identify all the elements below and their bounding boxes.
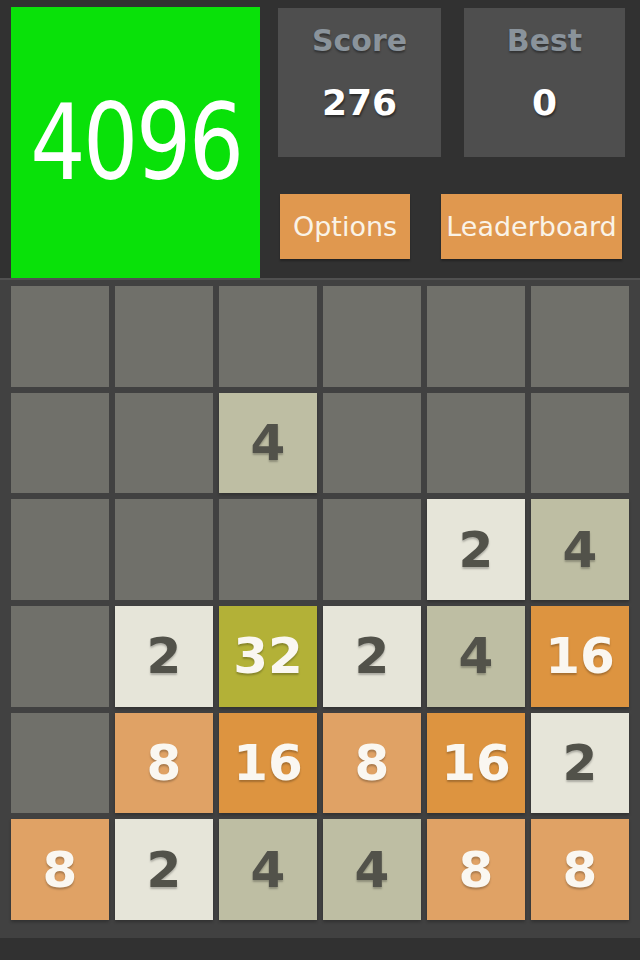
empty-cell-r1c1: [11, 286, 109, 387]
empty-cell-r1c4: [323, 286, 421, 387]
score-label: Score: [278, 23, 441, 58]
empty-cell-r3c4: [323, 499, 421, 600]
empty-cell-r1c2: [115, 286, 213, 387]
tile-32-r4c3: 32: [219, 606, 317, 707]
game-title: 4096: [30, 81, 241, 204]
tile-8-r6c1: 8: [11, 819, 109, 920]
empty-cell-r5c1: [11, 713, 109, 814]
empty-cell-r1c6: [531, 286, 629, 387]
options-button[interactable]: Options: [280, 194, 410, 259]
empty-cell-r3c1: [11, 499, 109, 600]
empty-cell-r2c6: [531, 393, 629, 494]
tile-2-r4c4: 2: [323, 606, 421, 707]
tile-16-r5c5: 16: [427, 713, 525, 814]
tile-2-r6c2: 2: [115, 819, 213, 920]
empty-cell-r2c4: [323, 393, 421, 494]
tile-2-r4c2: 2: [115, 606, 213, 707]
empty-cell-r3c2: [115, 499, 213, 600]
tile-16-r5c3: 16: [219, 713, 317, 814]
tile-8-r5c2: 8: [115, 713, 213, 814]
empty-cell-r2c5: [427, 393, 525, 494]
score-panel: Score 276: [278, 8, 441, 157]
tile-4-r6c4: 4: [323, 819, 421, 920]
best-value: 0: [464, 82, 625, 123]
tile-8-r5c4: 8: [323, 713, 421, 814]
tile-2-r5c6: 2: [531, 713, 629, 814]
score-value: 276: [278, 82, 441, 123]
tile-4-r3c6: 4: [531, 499, 629, 600]
best-panel: Best 0: [464, 8, 625, 157]
tile-2-r3c5: 2: [427, 499, 525, 600]
best-label: Best: [464, 23, 625, 58]
empty-cell-r1c5: [427, 286, 525, 387]
tile-4-r6c3: 4: [219, 819, 317, 920]
tile-4-r4c5: 4: [427, 606, 525, 707]
empty-cell-r2c2: [115, 393, 213, 494]
game-title-box: 4096: [11, 7, 260, 278]
leaderboard-button[interactable]: Leaderboard: [441, 194, 622, 259]
empty-cell-r4c1: [11, 606, 109, 707]
tile-4-r2c3: 4: [219, 393, 317, 494]
tile-8-r6c5: 8: [427, 819, 525, 920]
game-board[interactable]: 42423224168168162824488: [0, 278, 640, 938]
tile-8-r6c6: 8: [531, 819, 629, 920]
tile-16-r4c6: 16: [531, 606, 629, 707]
empty-cell-r3c3: [219, 499, 317, 600]
empty-cell-r1c3: [219, 286, 317, 387]
empty-cell-r2c1: [11, 393, 109, 494]
